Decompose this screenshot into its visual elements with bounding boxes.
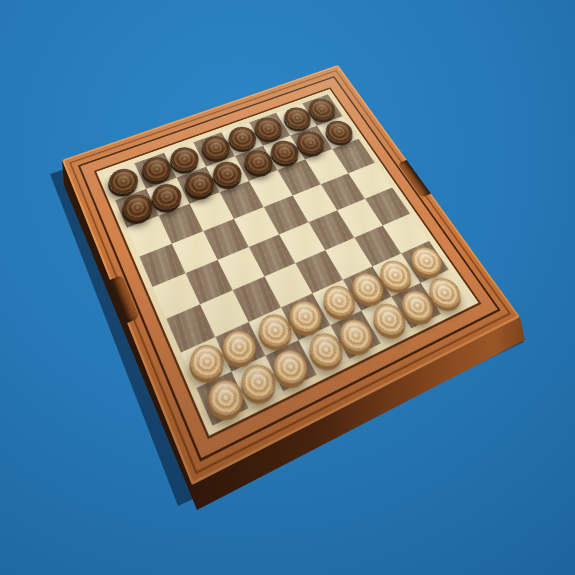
checkers-box <box>62 65 520 485</box>
photo-background: Overhead photo of a wooden chess/checker… <box>0 0 575 575</box>
